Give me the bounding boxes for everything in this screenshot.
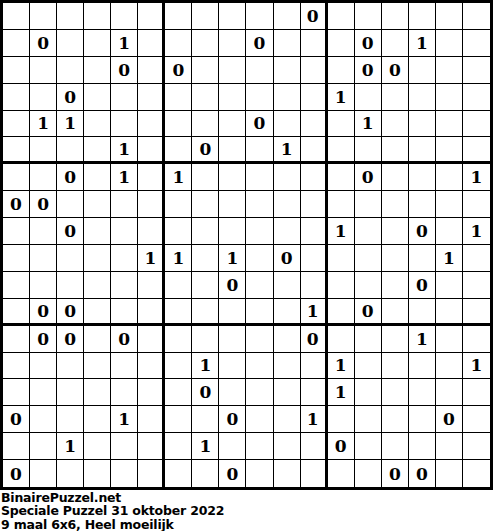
cell-r6c14[interactable] <box>355 137 382 164</box>
cell-r18c4[interactable] <box>84 460 111 487</box>
cell-r3c2[interactable] <box>30 57 57 84</box>
cell-r12c4[interactable] <box>84 299 111 326</box>
cell-r9c14[interactable] <box>355 218 382 245</box>
cell-r17c16[interactable] <box>409 433 436 460</box>
cell-r10c7-given: 1 <box>165 245 192 272</box>
cell-r8c17[interactable] <box>436 191 463 218</box>
cell-r6c13[interactable] <box>328 137 355 164</box>
cell-r4c2[interactable] <box>30 84 57 111</box>
cell-r3c11[interactable] <box>274 57 301 84</box>
cell-r5c2-given: 1 <box>30 111 57 138</box>
cell-r12c10[interactable] <box>246 299 273 326</box>
cell-r18c7[interactable] <box>165 460 192 487</box>
cell-r18c8[interactable] <box>192 460 219 487</box>
cell-r17c5[interactable] <box>111 433 138 460</box>
cell-r4c10[interactable] <box>246 84 273 111</box>
cell-r14c14[interactable] <box>355 353 382 380</box>
cell-r7c16[interactable] <box>409 164 436 191</box>
cell-r2c4[interactable] <box>84 30 111 57</box>
cell-r5c11[interactable] <box>274 111 301 138</box>
cell-r8c8[interactable] <box>192 191 219 218</box>
cell-r14c18-given: 1 <box>463 353 490 380</box>
cell-r15c17[interactable] <box>436 379 463 406</box>
cell-r15c10[interactable] <box>246 379 273 406</box>
cell-r8c13[interactable] <box>328 191 355 218</box>
cell-r8c9[interactable] <box>219 191 246 218</box>
cell-r13c11[interactable] <box>274 326 301 353</box>
cell-r9c15[interactable] <box>382 218 409 245</box>
cell-r6c16[interactable] <box>409 137 436 164</box>
cell-r17c4[interactable] <box>84 433 111 460</box>
cell-r4c14[interactable] <box>355 84 382 111</box>
cell-r10c17-given: 1 <box>436 245 463 272</box>
cell-r11c8[interactable] <box>192 272 219 299</box>
cell-r8c4[interactable] <box>84 191 111 218</box>
cell-r18c5[interactable] <box>111 460 138 487</box>
footer-puzzle-details: 9 maal 6x6, Heel moeilijk <box>1 518 493 531</box>
cell-r15c15[interactable] <box>382 379 409 406</box>
cell-r3c15-given: 0 <box>382 57 409 84</box>
cell-r7c9[interactable] <box>219 164 246 191</box>
cell-r1c18[interactable] <box>463 3 490 30</box>
cell-r12c2-given: 0 <box>30 299 57 326</box>
cell-r9c6[interactable] <box>138 218 165 245</box>
cell-r4c1[interactable] <box>3 84 30 111</box>
cell-r9c12[interactable] <box>301 218 328 245</box>
cell-r4c16[interactable] <box>409 84 436 111</box>
cell-r9c7[interactable] <box>165 218 192 245</box>
cell-r14c10[interactable] <box>246 353 273 380</box>
cell-r6c15[interactable] <box>382 137 409 164</box>
cell-r10c2[interactable] <box>30 245 57 272</box>
cell-r6c18[interactable] <box>463 137 490 164</box>
cell-r14c15[interactable] <box>382 353 409 380</box>
cell-r4c12[interactable] <box>301 84 328 111</box>
cell-r8c11[interactable] <box>274 191 301 218</box>
cell-r13c12-given: 0 <box>301 326 328 353</box>
cell-r5c17[interactable] <box>436 111 463 138</box>
cell-r12c12-given: 1 <box>301 299 328 326</box>
cell-r8c2-given: 0 <box>30 191 57 218</box>
cell-r11c18[interactable] <box>463 272 490 299</box>
cell-r16c3[interactable] <box>57 406 84 433</box>
cell-r5c18[interactable] <box>463 111 490 138</box>
cell-r2c6[interactable] <box>138 30 165 57</box>
cell-r16c2[interactable] <box>30 406 57 433</box>
cell-r2c8[interactable] <box>192 30 219 57</box>
cell-r2c17[interactable] <box>436 30 463 57</box>
cell-r16c14[interactable] <box>355 406 382 433</box>
cell-r6c4[interactable] <box>84 137 111 164</box>
cell-r15c1[interactable] <box>3 379 30 406</box>
cell-r11c14[interactable] <box>355 272 382 299</box>
cell-r6c10[interactable] <box>246 137 273 164</box>
cell-r8c18[interactable] <box>463 191 490 218</box>
cell-r9c9[interactable] <box>219 218 246 245</box>
cell-r11c15[interactable] <box>382 272 409 299</box>
cell-r16c12-given: 1 <box>301 406 328 433</box>
cell-r15c9[interactable] <box>219 379 246 406</box>
cell-r7c8[interactable] <box>192 164 219 191</box>
cell-r10c8[interactable] <box>192 245 219 272</box>
cell-r3c12[interactable] <box>301 57 328 84</box>
cell-r7c7-given: 1 <box>165 164 192 191</box>
cell-r4c6[interactable] <box>138 84 165 111</box>
cell-r6c2[interactable] <box>30 137 57 164</box>
cell-r13c15[interactable] <box>382 326 409 353</box>
cell-r5c8[interactable] <box>192 111 219 138</box>
cell-r1c1[interactable] <box>3 3 30 30</box>
cell-r1c2[interactable] <box>30 3 57 30</box>
cell-r4c15[interactable] <box>382 84 409 111</box>
cell-r8c3[interactable] <box>57 191 84 218</box>
cell-r15c16[interactable] <box>409 379 436 406</box>
cell-r12c11[interactable] <box>274 299 301 326</box>
cell-r3c8[interactable] <box>192 57 219 84</box>
cell-r3c3[interactable] <box>57 57 84 84</box>
cell-r16c4[interactable] <box>84 406 111 433</box>
cell-r7c18-given: 1 <box>463 164 490 191</box>
cell-r17c12[interactable] <box>301 433 328 460</box>
cell-r13c7[interactable] <box>165 326 192 353</box>
cell-r3c1[interactable] <box>3 57 30 84</box>
cell-r18c14[interactable] <box>355 460 382 487</box>
cell-r5c13[interactable] <box>328 111 355 138</box>
cell-r6c12[interactable] <box>301 137 328 164</box>
cell-r5c1[interactable] <box>3 111 30 138</box>
cell-r14c2[interactable] <box>30 353 57 380</box>
cell-r14c7[interactable] <box>165 353 192 380</box>
cell-r9c2[interactable] <box>30 218 57 245</box>
cell-r10c4[interactable] <box>84 245 111 272</box>
cell-r4c8[interactable] <box>192 84 219 111</box>
cell-r9c17[interactable] <box>436 218 463 245</box>
cell-r3c17[interactable] <box>436 57 463 84</box>
cell-r1c9[interactable] <box>219 3 246 30</box>
cell-r17c9[interactable] <box>219 433 246 460</box>
cell-r13c14[interactable] <box>355 326 382 353</box>
cell-r11c10[interactable] <box>246 272 273 299</box>
cell-r15c11[interactable] <box>274 379 301 406</box>
cell-r2c2-given: 0 <box>30 30 57 57</box>
cell-r10c12[interactable] <box>301 245 328 272</box>
cell-r2c13[interactable] <box>328 30 355 57</box>
footer-site-name: BinairePuzzel.net <box>1 491 493 504</box>
cell-r5c15[interactable] <box>382 111 409 138</box>
cell-r12c17[interactable] <box>436 299 463 326</box>
cell-r2c16-given: 1 <box>409 30 436 57</box>
cell-r8c6[interactable] <box>138 191 165 218</box>
cell-r3c7-given: 0 <box>165 57 192 84</box>
cell-r13c10[interactable] <box>246 326 273 353</box>
cell-r10c13[interactable] <box>328 245 355 272</box>
cell-r16c7[interactable] <box>165 406 192 433</box>
cell-r7c14-given: 0 <box>355 164 382 191</box>
cell-r4c7[interactable] <box>165 84 192 111</box>
cell-r7c12[interactable] <box>301 164 328 191</box>
cell-r3c13[interactable] <box>328 57 355 84</box>
cell-r7c15[interactable] <box>382 164 409 191</box>
cell-r15c2[interactable] <box>30 379 57 406</box>
cell-r7c17[interactable] <box>436 164 463 191</box>
cell-r17c10[interactable] <box>246 433 273 460</box>
cell-r6c9[interactable] <box>219 137 246 164</box>
cell-r17c14[interactable] <box>355 433 382 460</box>
cell-r4c17[interactable] <box>436 84 463 111</box>
cell-r11c11[interactable] <box>274 272 301 299</box>
cell-r13c6[interactable] <box>138 326 165 353</box>
cell-r9c8[interactable] <box>192 218 219 245</box>
cell-r7c2[interactable] <box>30 164 57 191</box>
cell-r7c11[interactable] <box>274 164 301 191</box>
cell-r11c4[interactable] <box>84 272 111 299</box>
cell-r12c3-given: 0 <box>57 299 84 326</box>
cell-r2c18[interactable] <box>463 30 490 57</box>
cell-r1c11[interactable] <box>274 3 301 30</box>
cell-r12c1[interactable] <box>3 299 30 326</box>
cell-r2c9[interactable] <box>219 30 246 57</box>
cell-r16c8[interactable] <box>192 406 219 433</box>
cell-r18c12[interactable] <box>301 460 328 487</box>
cell-r1c14[interactable] <box>355 3 382 30</box>
cell-r16c11[interactable] <box>274 406 301 433</box>
cell-r13c8[interactable] <box>192 326 219 353</box>
cell-r9c11[interactable] <box>274 218 301 245</box>
cell-r14c11[interactable] <box>274 353 301 380</box>
cell-r17c11[interactable] <box>274 433 301 460</box>
cell-r13c3-given: 0 <box>57 326 84 353</box>
cell-r4c18[interactable] <box>463 84 490 111</box>
cell-r5c6[interactable] <box>138 111 165 138</box>
cell-r13c9[interactable] <box>219 326 246 353</box>
cell-r15c18[interactable] <box>463 379 490 406</box>
cell-r1c12-given: 0 <box>301 3 328 30</box>
cell-r14c16[interactable] <box>409 353 436 380</box>
cell-r17c15[interactable] <box>382 433 409 460</box>
cell-r1c10[interactable] <box>246 3 273 30</box>
cell-r1c8[interactable] <box>192 3 219 30</box>
cell-r8c7[interactable] <box>165 191 192 218</box>
cell-r14c17[interactable] <box>436 353 463 380</box>
cell-r2c7[interactable] <box>165 30 192 57</box>
cell-r15c5[interactable] <box>111 379 138 406</box>
cell-r8c10[interactable] <box>246 191 273 218</box>
cell-r11c6[interactable] <box>138 272 165 299</box>
cell-r11c7[interactable] <box>165 272 192 299</box>
cell-r5c9[interactable] <box>219 111 246 138</box>
cell-r14c4[interactable] <box>84 353 111 380</box>
cell-r18c10[interactable] <box>246 460 273 487</box>
cell-r14c1[interactable] <box>3 353 30 380</box>
cell-r3c16[interactable] <box>409 57 436 84</box>
cell-r10c1[interactable] <box>3 245 30 272</box>
cell-r18c2[interactable] <box>30 460 57 487</box>
cell-r12c5[interactable] <box>111 299 138 326</box>
cell-r5c4[interactable] <box>84 111 111 138</box>
cell-r6c3[interactable] <box>57 137 84 164</box>
cell-r10c5[interactable] <box>111 245 138 272</box>
cell-r15c3[interactable] <box>57 379 84 406</box>
cell-r18c9-given: 0 <box>219 460 246 487</box>
cell-r16c5-given: 1 <box>111 406 138 433</box>
cell-r13c17[interactable] <box>436 326 463 353</box>
cell-r14c5[interactable] <box>111 353 138 380</box>
cell-r13c16-given: 1 <box>409 326 436 353</box>
cell-r18c11[interactable] <box>274 460 301 487</box>
cell-r1c6[interactable] <box>138 3 165 30</box>
cell-r15c12[interactable] <box>301 379 328 406</box>
cell-r12c8[interactable] <box>192 299 219 326</box>
cell-r8c16[interactable] <box>409 191 436 218</box>
cell-r2c11[interactable] <box>274 30 301 57</box>
cell-r10c16[interactable] <box>409 245 436 272</box>
cell-r15c4[interactable] <box>84 379 111 406</box>
cell-r17c17[interactable] <box>436 433 463 460</box>
cell-r5c16[interactable] <box>409 111 436 138</box>
cell-r15c7[interactable] <box>165 379 192 406</box>
cell-r11c3[interactable] <box>57 272 84 299</box>
binary-puzzle-board: 0010010000011101101011010001011110100001… <box>0 0 493 490</box>
cell-r7c13[interactable] <box>328 164 355 191</box>
cell-r12c7[interactable] <box>165 299 192 326</box>
cell-r17c2[interactable] <box>30 433 57 460</box>
cell-r11c5[interactable] <box>111 272 138 299</box>
cell-r16c18[interactable] <box>463 406 490 433</box>
cell-r11c13[interactable] <box>328 272 355 299</box>
cell-r14c12[interactable] <box>301 353 328 380</box>
cell-r4c4[interactable] <box>84 84 111 111</box>
cell-r3c4[interactable] <box>84 57 111 84</box>
footer: BinairePuzzel.net Speciale Puzzel 31 okt… <box>0 490 493 531</box>
cell-r12c9[interactable] <box>219 299 246 326</box>
cell-r11c12[interactable] <box>301 272 328 299</box>
cell-r1c17[interactable] <box>436 3 463 30</box>
cell-r2c1[interactable] <box>3 30 30 57</box>
cell-r7c10[interactable] <box>246 164 273 191</box>
cell-r17c7[interactable] <box>165 433 192 460</box>
cell-r3c10[interactable] <box>246 57 273 84</box>
cell-r14c13-given: 1 <box>328 353 355 380</box>
cell-r5c7[interactable] <box>165 111 192 138</box>
cell-r17c18[interactable] <box>463 433 490 460</box>
cell-r16c6[interactable] <box>138 406 165 433</box>
cell-r9c10[interactable] <box>246 218 273 245</box>
cell-r6c6[interactable] <box>138 137 165 164</box>
cell-r10c10[interactable] <box>246 245 273 272</box>
cell-r8c5[interactable] <box>111 191 138 218</box>
cell-r16c13[interactable] <box>328 406 355 433</box>
cell-r1c3[interactable] <box>57 3 84 30</box>
cell-r4c13-given: 1 <box>328 84 355 111</box>
cell-r6c17[interactable] <box>436 137 463 164</box>
cell-r7c6[interactable] <box>138 164 165 191</box>
cell-r2c15[interactable] <box>382 30 409 57</box>
cell-r11c17[interactable] <box>436 272 463 299</box>
cell-r4c9[interactable] <box>219 84 246 111</box>
cell-r5c12[interactable] <box>301 111 328 138</box>
cell-r4c11[interactable] <box>274 84 301 111</box>
cell-r3c18[interactable] <box>463 57 490 84</box>
cell-r5c5[interactable] <box>111 111 138 138</box>
cell-r13c1[interactable] <box>3 326 30 353</box>
cell-r13c4[interactable] <box>84 326 111 353</box>
cell-r7c1[interactable] <box>3 164 30 191</box>
cell-r16c15[interactable] <box>382 406 409 433</box>
cell-r7c4[interactable] <box>84 164 111 191</box>
cell-r14c6[interactable] <box>138 353 165 380</box>
cell-r18c13[interactable] <box>328 460 355 487</box>
cell-r2c10-given: 0 <box>246 30 273 57</box>
cell-r8c15[interactable] <box>382 191 409 218</box>
cell-r12c18[interactable] <box>463 299 490 326</box>
cell-r18c6[interactable] <box>138 460 165 487</box>
cell-r1c7[interactable] <box>165 3 192 30</box>
cell-r18c17[interactable] <box>436 460 463 487</box>
cell-r8c12[interactable] <box>301 191 328 218</box>
cell-r18c3[interactable] <box>57 460 84 487</box>
cell-r4c5[interactable] <box>111 84 138 111</box>
cell-r10c3[interactable] <box>57 245 84 272</box>
cell-r11c16-given: 0 <box>409 272 436 299</box>
cell-r15c6[interactable] <box>138 379 165 406</box>
cell-r12c13[interactable] <box>328 299 355 326</box>
cell-r1c5[interactable] <box>111 3 138 30</box>
cell-r11c1[interactable] <box>3 272 30 299</box>
cell-r16c16[interactable] <box>409 406 436 433</box>
cell-r14c9[interactable] <box>219 353 246 380</box>
cell-r9c1[interactable] <box>3 218 30 245</box>
cell-r16c1-given: 0 <box>3 406 30 433</box>
cell-r10c15[interactable] <box>382 245 409 272</box>
cell-r16c10[interactable] <box>246 406 273 433</box>
cell-r12c6[interactable] <box>138 299 165 326</box>
footer-puzzle-title: Speciale Puzzel 31 oktober 2022 <box>1 504 493 517</box>
cell-r6c7[interactable] <box>165 137 192 164</box>
cell-r13c18[interactable] <box>463 326 490 353</box>
cell-r1c16[interactable] <box>409 3 436 30</box>
cell-r10c14[interactable] <box>355 245 382 272</box>
cell-r17c1[interactable] <box>3 433 30 460</box>
cell-r9c4[interactable] <box>84 218 111 245</box>
cell-r1c13[interactable] <box>328 3 355 30</box>
cell-r6c1[interactable] <box>3 137 30 164</box>
cell-r11c2[interactable] <box>30 272 57 299</box>
cell-r18c16-given: 0 <box>409 460 436 487</box>
cell-r9c5[interactable] <box>111 218 138 245</box>
cell-r12c15[interactable] <box>382 299 409 326</box>
cell-r9c3-given: 0 <box>57 218 84 245</box>
cell-r1c15[interactable] <box>382 3 409 30</box>
cell-r10c18[interactable] <box>463 245 490 272</box>
cell-r7c5-given: 1 <box>111 164 138 191</box>
cell-r8c14[interactable] <box>355 191 382 218</box>
cell-r3c9[interactable] <box>219 57 246 84</box>
cell-r6c8-given: 0 <box>192 137 219 164</box>
cell-r3c14-given: 0 <box>355 57 382 84</box>
cell-r14c3[interactable] <box>57 353 84 380</box>
cell-r12c16[interactable] <box>409 299 436 326</box>
cell-r18c18[interactable] <box>463 460 490 487</box>
cell-r2c12[interactable] <box>301 30 328 57</box>
cell-r1c4[interactable] <box>84 3 111 30</box>
cell-r17c6[interactable] <box>138 433 165 460</box>
cell-r10c6-given: 1 <box>138 245 165 272</box>
cell-r15c14[interactable] <box>355 379 382 406</box>
cell-r3c6[interactable] <box>138 57 165 84</box>
cell-r13c13[interactable] <box>328 326 355 353</box>
cell-r2c3[interactable] <box>57 30 84 57</box>
cell-r9c18-given: 1 <box>463 218 490 245</box>
